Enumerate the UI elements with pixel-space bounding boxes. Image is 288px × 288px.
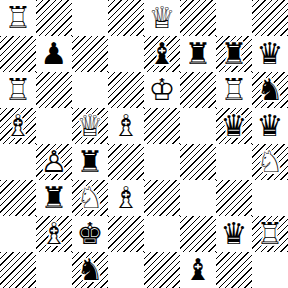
white-king-piece-fill: ♚ xyxy=(144,72,180,108)
square-c4[interactable]: ♜ xyxy=(72,144,108,180)
white-rook-piece-fill: ♜ xyxy=(252,216,288,252)
square-f1[interactable]: ♝ xyxy=(180,252,216,288)
white-pawn-piece-fill: ♟ xyxy=(36,144,72,180)
square-g3[interactable] xyxy=(216,180,252,216)
white-bishop-piece: ♗ xyxy=(36,216,72,252)
white-bishop-piece-fill: ♝ xyxy=(108,108,144,144)
square-a5[interactable]: ♝♗ xyxy=(0,108,36,144)
white-knight-piece: ♘ xyxy=(72,180,108,216)
square-e6[interactable]: ♚♔ xyxy=(144,72,180,108)
square-d1[interactable] xyxy=(108,252,144,288)
square-g6[interactable]: ♜♖ xyxy=(216,72,252,108)
square-e3[interactable] xyxy=(144,180,180,216)
square-b2[interactable]: ♝♗ xyxy=(36,216,72,252)
square-f6[interactable] xyxy=(180,72,216,108)
square-b1[interactable] xyxy=(36,252,72,288)
square-c5[interactable]: ♛♕ xyxy=(72,108,108,144)
square-a4[interactable] xyxy=(0,144,36,180)
white-bishop-piece: ♗ xyxy=(108,108,144,144)
square-a6[interactable]: ♜♖ xyxy=(0,72,36,108)
white-queen-piece-fill: ♛ xyxy=(72,108,108,144)
white-bishop-piece: ♗ xyxy=(0,108,36,144)
chess-board: ♜♖♛♕♟♝♜♜♛♜♖♚♔♜♖♞♝♗♛♕♝♗♛♛♟♙♜♞♘♜♞♘♝♗♝♗♚♛♜♖… xyxy=(0,0,288,288)
white-king-piece: ♔ xyxy=(144,72,180,108)
white-queen-piece: ♕ xyxy=(72,108,108,144)
black-pawn-piece: ♟ xyxy=(36,36,72,72)
black-queen-piece: ♛ xyxy=(252,108,288,144)
white-bishop-piece-fill: ♝ xyxy=(0,108,36,144)
square-g1[interactable] xyxy=(216,252,252,288)
black-rook-piece: ♜ xyxy=(72,144,108,180)
square-b3[interactable]: ♜ xyxy=(36,180,72,216)
white-queen-piece: ♕ xyxy=(144,0,180,36)
square-b7[interactable]: ♟ xyxy=(36,36,72,72)
white-rook-piece-fill: ♜ xyxy=(0,72,36,108)
square-e1[interactable] xyxy=(144,252,180,288)
square-g4[interactable] xyxy=(216,144,252,180)
square-b8[interactable] xyxy=(36,0,72,36)
black-king-piece: ♚ xyxy=(72,216,108,252)
black-queen-piece: ♛ xyxy=(216,108,252,144)
square-d5[interactable]: ♝♗ xyxy=(108,108,144,144)
black-bishop-piece: ♝ xyxy=(144,36,180,72)
white-bishop-piece-fill: ♝ xyxy=(108,180,144,216)
square-a1[interactable] xyxy=(0,252,36,288)
square-c8[interactable] xyxy=(72,0,108,36)
square-h1[interactable] xyxy=(252,252,288,288)
square-e5[interactable] xyxy=(144,108,180,144)
square-h3[interactable] xyxy=(252,180,288,216)
black-rook-piece: ♜ xyxy=(180,36,216,72)
square-d6[interactable] xyxy=(108,72,144,108)
white-knight-piece-fill: ♞ xyxy=(252,144,288,180)
white-knight-piece: ♘ xyxy=(252,144,288,180)
square-g5[interactable]: ♛ xyxy=(216,108,252,144)
square-a8[interactable]: ♜♖ xyxy=(0,0,36,36)
square-c2[interactable]: ♚ xyxy=(72,216,108,252)
black-knight-piece: ♞ xyxy=(252,72,288,108)
white-knight-piece-fill: ♞ xyxy=(72,180,108,216)
black-queen-piece: ♛ xyxy=(216,216,252,252)
square-f5[interactable] xyxy=(180,108,216,144)
white-rook-piece: ♖ xyxy=(252,216,288,252)
square-e4[interactable] xyxy=(144,144,180,180)
black-queen-piece: ♛ xyxy=(252,36,288,72)
white-rook-piece-fill: ♜ xyxy=(0,0,36,36)
square-a3[interactable] xyxy=(0,180,36,216)
white-queen-piece-fill: ♛ xyxy=(144,0,180,36)
square-b6[interactable] xyxy=(36,72,72,108)
white-rook-piece-fill: ♜ xyxy=(216,72,252,108)
black-rook-piece: ♜ xyxy=(216,36,252,72)
square-g2[interactable]: ♛ xyxy=(216,216,252,252)
white-bishop-piece: ♗ xyxy=(108,180,144,216)
square-b4[interactable]: ♟♙ xyxy=(36,144,72,180)
square-h6[interactable]: ♞ xyxy=(252,72,288,108)
square-d2[interactable] xyxy=(108,216,144,252)
square-h4[interactable]: ♞♘ xyxy=(252,144,288,180)
white-rook-piece: ♖ xyxy=(0,72,36,108)
square-h8[interactable] xyxy=(252,0,288,36)
square-f4[interactable] xyxy=(180,144,216,180)
white-rook-piece: ♖ xyxy=(216,72,252,108)
black-knight-piece: ♞ xyxy=(72,252,108,288)
black-bishop-piece: ♝ xyxy=(180,252,216,288)
square-g7[interactable]: ♜ xyxy=(216,36,252,72)
square-a2[interactable] xyxy=(0,216,36,252)
square-d8[interactable] xyxy=(108,0,144,36)
square-d3[interactable]: ♝♗ xyxy=(108,180,144,216)
square-h5[interactable]: ♛ xyxy=(252,108,288,144)
square-c3[interactable]: ♞♘ xyxy=(72,180,108,216)
square-g8[interactable] xyxy=(216,0,252,36)
square-e8[interactable]: ♛♕ xyxy=(144,0,180,36)
black-rook-piece: ♜ xyxy=(36,180,72,216)
square-c6[interactable] xyxy=(72,72,108,108)
square-c7[interactable] xyxy=(72,36,108,72)
square-e7[interactable]: ♝ xyxy=(144,36,180,72)
square-f3[interactable] xyxy=(180,180,216,216)
square-e2[interactable] xyxy=(144,216,180,252)
white-pawn-piece: ♙ xyxy=(36,144,72,180)
square-h7[interactable]: ♛ xyxy=(252,36,288,72)
white-rook-piece: ♖ xyxy=(0,0,36,36)
square-f7[interactable]: ♜ xyxy=(180,36,216,72)
square-f8[interactable] xyxy=(180,0,216,36)
square-d7[interactable] xyxy=(108,36,144,72)
square-d4[interactable] xyxy=(108,144,144,180)
square-c1[interactable]: ♞ xyxy=(72,252,108,288)
square-f2[interactable] xyxy=(180,216,216,252)
square-b5[interactable] xyxy=(36,108,72,144)
white-bishop-piece-fill: ♝ xyxy=(36,216,72,252)
square-h2[interactable]: ♜♖ xyxy=(252,216,288,252)
square-a7[interactable] xyxy=(0,36,36,72)
